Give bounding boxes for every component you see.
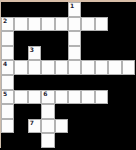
crossword-cell[interactable] [14, 90, 27, 105]
crossword-cell[interactable] [68, 31, 81, 46]
crossword-cell[interactable] [68, 17, 81, 32]
clue-number: 5 [3, 90, 7, 97]
crossword-cell[interactable] [1, 119, 14, 134]
blocked-cell [28, 133, 41, 148]
blocked-cell [122, 119, 135, 134]
crossword-cell[interactable]: 3 [28, 46, 41, 61]
blocked-cell [122, 17, 135, 32]
blocked-cell [81, 104, 94, 119]
blocked-cell [68, 104, 81, 119]
blocked-cell [122, 133, 135, 148]
crossword-cell[interactable] [68, 60, 81, 75]
blocked-cell [14, 119, 27, 134]
crossword-cell[interactable] [41, 119, 54, 134]
blocked-cell [55, 2, 68, 17]
crossword-cell[interactable] [95, 90, 108, 105]
blocked-cell [28, 104, 41, 119]
blocked-cell [55, 133, 68, 148]
crossword-board: 1234567 [1, 2, 135, 148]
blocked-cell [95, 75, 108, 90]
crossword-cell[interactable] [28, 90, 41, 105]
blocked-cell [41, 46, 54, 61]
crossword-cell[interactable] [1, 31, 14, 46]
blocked-cell [28, 31, 41, 46]
blocked-cell [81, 119, 94, 134]
blocked-cell [108, 2, 121, 17]
blocked-cell [108, 75, 121, 90]
crossword-cell[interactable] [68, 90, 81, 105]
crossword-cell[interactable] [81, 90, 94, 105]
blocked-cell [108, 133, 121, 148]
crossword-cell[interactable] [41, 60, 54, 75]
blocked-cell [95, 31, 108, 46]
crossword-cell[interactable] [55, 60, 68, 75]
crossword-cell[interactable] [1, 75, 14, 90]
blocked-cell [95, 133, 108, 148]
blocked-cell [122, 2, 135, 17]
blocked-cell [14, 46, 27, 61]
blocked-cell [28, 2, 41, 17]
crossword-cell[interactable] [1, 46, 14, 61]
blocked-cell [41, 2, 54, 17]
blocked-cell [122, 31, 135, 46]
blocked-cell [55, 104, 68, 119]
clue-number: 6 [43, 90, 47, 97]
blocked-cell [55, 75, 68, 90]
clue-number: 2 [3, 17, 7, 24]
blocked-cell [41, 31, 54, 46]
blocked-cell [28, 75, 41, 90]
blocked-cell [81, 133, 94, 148]
crossword-cell[interactable] [14, 17, 27, 32]
blocked-cell [14, 31, 27, 46]
blocked-cell [108, 119, 121, 134]
blocked-cell [55, 31, 68, 46]
blocked-cell [14, 75, 27, 90]
blocked-cell [81, 2, 94, 17]
blocked-cell [122, 46, 135, 61]
blocked-cell [95, 104, 108, 119]
blocked-cell [55, 46, 68, 61]
blocked-cell [41, 75, 54, 90]
crossword-cell[interactable] [108, 60, 121, 75]
blocked-cell [122, 75, 135, 90]
crossword-cell[interactable]: 6 [41, 90, 54, 105]
blocked-cell [108, 31, 121, 46]
blocked-cell [122, 90, 135, 105]
blocked-cell [14, 104, 27, 119]
crossword-cell[interactable] [81, 60, 94, 75]
blocked-cell [95, 46, 108, 61]
clue-number: 1 [70, 2, 74, 9]
blocked-cell [1, 133, 14, 148]
clue-number: 3 [30, 46, 34, 53]
blocked-cell [108, 46, 121, 61]
blocked-cell [68, 119, 81, 134]
crossword-cell[interactable] [14, 60, 27, 75]
blocked-cell [81, 31, 94, 46]
blocked-cell [108, 104, 121, 119]
blocked-cell [14, 133, 27, 148]
blocked-cell [14, 2, 27, 17]
crossword-cell[interactable] [55, 17, 68, 32]
crossword-cell[interactable] [41, 104, 54, 119]
crossword-cell[interactable] [55, 90, 68, 105]
crossword-cell[interactable] [41, 17, 54, 32]
blocked-cell [81, 46, 94, 61]
blocked-cell [95, 2, 108, 17]
clue-number: 7 [30, 119, 34, 126]
crossword-cell[interactable] [68, 46, 81, 61]
blocked-cell [81, 75, 94, 90]
crossword-cell[interactable] [1, 104, 14, 119]
crossword-cell[interactable] [122, 60, 135, 75]
blocked-cell [68, 133, 81, 148]
crossword-cell[interactable] [95, 60, 108, 75]
crossword-cell[interactable]: 4 [1, 60, 14, 75]
crossword-cell[interactable]: 5 [1, 90, 14, 105]
blocked-cell [108, 17, 121, 32]
crossword-cell[interactable] [55, 119, 68, 134]
blocked-cell [108, 90, 121, 105]
blocked-cell [95, 119, 108, 134]
crossword-cell[interactable] [28, 60, 41, 75]
crossword-cell[interactable] [81, 17, 94, 32]
crossword-cell[interactable]: 2 [1, 17, 14, 32]
clue-number: 4 [3, 60, 7, 67]
blocked-cell [122, 104, 135, 119]
blocked-cell [1, 2, 14, 17]
crossword-cell[interactable] [41, 133, 54, 148]
crossword-cell[interactable]: 7 [28, 119, 41, 134]
crossword-cell[interactable] [95, 17, 108, 32]
crossword-cell[interactable]: 1 [68, 2, 81, 17]
crossword-cell[interactable] [28, 17, 41, 32]
blocked-cell [68, 75, 81, 90]
